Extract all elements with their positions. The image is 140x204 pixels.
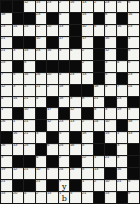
grid-cell-r4c10[interactable]: 16 — [105, 37, 116, 48]
cell-code-number: 8 — [128, 48, 130, 52]
cell-code-number: 23 — [36, 12, 40, 16]
black-cell — [128, 168, 139, 179]
grid-cell-r6c1[interactable]: 25 — [1, 61, 12, 72]
cell-code-number: 6 — [36, 155, 38, 159]
grid-cell-r17c2[interactable]: 20 — [13, 192, 24, 203]
black-cell — [13, 1, 24, 12]
black-cell — [13, 180, 24, 191]
cell-code-number: 23 — [36, 48, 40, 52]
cell-code-number: 1 — [82, 179, 84, 183]
black-cell — [13, 13, 24, 24]
cell-code-number: 23 — [47, 0, 51, 4]
grid-cell-r5c8[interactable]: 2 — [82, 49, 93, 60]
cell-code-number: 15 — [47, 191, 51, 195]
codeword-puzzle: 1215232161322316618236158162314252220131… — [0, 0, 140, 204]
black-cell — [70, 13, 81, 24]
grid-cell-r7c10[interactable]: 5 — [105, 73, 116, 84]
grid-cell-r13c2[interactable]: 13 — [13, 144, 24, 155]
grid-cell-r9c4[interactable]: 4 — [36, 97, 47, 108]
cell-code-number: 14 — [13, 96, 17, 100]
black-cell — [70, 25, 81, 36]
cell-code-number: 16 — [105, 36, 109, 40]
grid-cell-r2c10[interactable]: 8 — [105, 13, 116, 24]
cell-code-number: 20 — [47, 72, 51, 76]
cell-code-number: 6 — [47, 143, 49, 147]
cell-code-number: 5 — [24, 60, 26, 64]
cell-code-number: 2 — [82, 60, 84, 64]
cell-code-number: 21 — [1, 36, 5, 40]
cell-code-number: 8 — [82, 96, 84, 100]
cell-code-number: 7 — [1, 72, 3, 76]
given-letter: b — [59, 194, 70, 203]
grid-cell-r2c4[interactable]: 23 — [36, 13, 47, 24]
grid-cell-r16c6[interactable]: 7y — [59, 180, 70, 191]
cell-code-number: 5 — [128, 179, 130, 183]
cell-code-number: 21 — [117, 179, 121, 183]
grid-cell-r7c3[interactable]: 16 — [24, 73, 35, 84]
cell-code-number: 12 — [13, 167, 17, 171]
grid-cell-r3c1[interactable]: 23 — [1, 25, 12, 36]
cell-code-number: 19 — [1, 167, 5, 171]
black-cell — [128, 156, 139, 167]
grid-cell-r7c5[interactable]: 20 — [47, 73, 58, 84]
cell-code-number: 6 — [70, 48, 72, 52]
grid-cell-r1c10[interactable]: 23 — [105, 1, 116, 12]
cell-code-number: 18 — [59, 84, 63, 88]
grid-cell-r1c8[interactable]: 13 — [82, 1, 93, 12]
cell-code-number: 15 — [24, 48, 28, 52]
cell-code-number: 21 — [36, 84, 40, 88]
grid-cell-r5c10[interactable]: 12 — [105, 49, 116, 60]
cell-code-number: 2 — [94, 0, 96, 4]
cell-code-number: 16 — [70, 0, 74, 4]
grid-cell-r3c3[interactable]: 25 — [24, 25, 35, 36]
cell-code-number: 5 — [13, 72, 15, 76]
cell-code-number: 5 — [82, 143, 84, 147]
grid-cell-r8c1[interactable]: 12 — [1, 85, 12, 96]
cell-code-number: 2 — [47, 84, 49, 88]
cell-code-number: 13 — [128, 131, 132, 135]
cell-code-number: 10 — [82, 24, 86, 28]
grid-cell-r17c1[interactable]: 15 — [1, 192, 12, 203]
grid-cell-r1c4[interactable]: 15 — [36, 1, 47, 12]
black-cell — [47, 37, 58, 48]
cell-code-number: 2 — [36, 191, 38, 195]
grid-cell-r17c5[interactable]: 15 — [47, 192, 58, 203]
cell-code-number: 20 — [47, 24, 51, 28]
cell-code-number: 19 — [117, 107, 121, 111]
cell-code-number: 10 — [105, 119, 109, 123]
cell-code-number: 26 — [1, 119, 5, 123]
grid-cell-r8c2[interactable]: 3 — [13, 85, 24, 96]
grid-cell-r16c12[interactable]: 5 — [128, 180, 139, 191]
grid-cell-r3c9[interactable]: 6 — [94, 25, 105, 36]
grid-cell-r12c4[interactable]: 3 — [36, 132, 47, 143]
grid-cell-r16c11[interactable]: 21 — [117, 180, 128, 191]
cell-code-number: 26 — [70, 167, 74, 171]
grid-cell-r16c10[interactable]: 10 — [105, 180, 116, 191]
grid-cell-r16c9[interactable]: 2 — [94, 180, 105, 191]
grid-cell-r15c1[interactable]: 19 — [1, 168, 12, 179]
cell-code-number: 3 — [36, 131, 38, 135]
cell-code-number: 4 — [94, 107, 96, 111]
grid-cell-r1c6[interactable]: 2 — [59, 1, 70, 12]
cell-code-number: 13 — [70, 119, 74, 123]
cell-code-number: 13 — [82, 72, 86, 76]
black-cell — [94, 73, 105, 84]
cell-code-number: 21 — [36, 179, 40, 183]
black-cell — [24, 37, 35, 48]
cell-code-number: 16 — [13, 131, 17, 135]
grid-cell-r5c3[interactable]: 15 — [24, 49, 35, 60]
black-cell — [36, 108, 47, 119]
cell-code-number: 5 — [105, 84, 107, 88]
cell-code-number: 18 — [1, 12, 5, 16]
cell-code-number: 23 — [117, 96, 121, 100]
cell-code-number: 1 — [1, 107, 3, 111]
grid-cell-r14c10[interactable]: 21 — [105, 156, 116, 167]
cell-code-number: 8 — [105, 12, 107, 16]
grid-cell-r3c11[interactable]: 16 — [117, 25, 128, 36]
cell-code-number: 12 — [105, 48, 109, 52]
grid-cell-r6c12[interactable]: 6 — [128, 61, 139, 72]
grid-cell-r17c10[interactable]: 15 — [105, 192, 116, 203]
black-cell — [117, 37, 128, 48]
cell-code-number: 21 — [82, 191, 86, 195]
grid-cell-r15c3[interactable]: 21 — [24, 168, 35, 179]
grid-cell-r11c1[interactable]: 26 — [1, 120, 12, 131]
grid-cell-r17c8[interactable]: 21 — [82, 192, 93, 203]
cell-code-number: 25 — [59, 143, 63, 147]
grid-cell-r4c12[interactable]: 3 — [128, 37, 139, 48]
cell-code-number: 15 — [1, 191, 5, 195]
grid-cell-r3c12[interactable]: 23 — [128, 25, 139, 36]
black-cell — [94, 132, 105, 143]
grid-cell-r3c10[interactable]: 3 — [105, 25, 116, 36]
cell-code-number: 2 — [59, 155, 61, 159]
grid-cell-r16c4[interactable]: 21 — [36, 180, 47, 191]
cell-code-number: 15 — [36, 0, 40, 4]
black-cell — [59, 61, 70, 72]
cell-code-number: 3 — [105, 107, 107, 111]
cell-code-number: 16 — [117, 24, 121, 28]
cell-code-number: 10 — [105, 179, 109, 183]
cell-code-number: 6 — [128, 60, 130, 64]
cell-code-number: 17 — [59, 36, 63, 40]
cell-code-number: 16 — [117, 0, 121, 4]
black-cell — [128, 144, 139, 155]
cell-code-number: 23 — [128, 72, 132, 76]
grid-cell-r10c11[interactable]: 19 — [117, 108, 128, 119]
grid-cell-r3c2[interactable]: 14 — [13, 25, 24, 36]
black-cell — [117, 73, 128, 84]
cell-code-number: 18 — [59, 96, 63, 100]
grid-cell-r15c2[interactable]: 12 — [13, 168, 24, 179]
black-cell — [94, 49, 105, 60]
black-cell — [24, 180, 35, 191]
grid-cell-r3c5[interactable]: 20 — [47, 25, 58, 36]
grid-cell-r11c7[interactable]: 13 — [70, 120, 81, 131]
cell-code-number: 16 — [117, 167, 121, 171]
cell-code-number: 12 — [70, 107, 74, 111]
grid-cell-r15c11[interactable]: 16 — [117, 168, 128, 179]
grid-cell-r9c6[interactable]: 18 — [59, 97, 70, 108]
grid-cell-r1c11[interactable]: 16 — [117, 1, 128, 12]
codeword-grid: 1215232161322316618236158162314252220131… — [0, 0, 140, 204]
grid-cell-r7c7[interactable]: 23 — [70, 73, 81, 84]
cell-code-number: 1 — [94, 155, 96, 159]
grid-cell-r2c8[interactable]: 15 — [82, 13, 93, 24]
cell-code-number: 21 — [24, 96, 28, 100]
cell-code-number: 1 — [13, 119, 15, 123]
grid-cell-r5c4[interactable]: 23 — [36, 49, 47, 60]
cell-code-number: 24 — [128, 84, 132, 88]
cell-code-number: 17 — [82, 36, 86, 40]
cell-code-number: 3 — [13, 84, 15, 88]
cell-code-number: 12 — [47, 119, 51, 123]
cell-code-number: 18 — [94, 84, 98, 88]
cell-code-number: 3 — [105, 24, 107, 28]
cell-code-number: 3 — [128, 36, 130, 40]
cell-code-number: 20 — [13, 191, 17, 195]
cell-code-number: 16 — [24, 72, 28, 76]
cell-code-number: 3 — [70, 96, 72, 100]
grid-cell-r15c9[interactable]: 13 — [94, 168, 105, 179]
cell-code-number: 21 — [94, 96, 98, 100]
grid-cell-r5c7[interactable]: 6 — [70, 49, 81, 60]
black-cell — [94, 61, 105, 72]
grid-cell-r4c4[interactable]: 10 — [36, 37, 47, 48]
black-cell — [117, 49, 128, 60]
cell-code-number: 4 — [117, 60, 119, 64]
black-cell — [117, 192, 128, 203]
grid-cell-r1c9[interactable]: 2 — [94, 1, 105, 12]
grid-cell-r1c7[interactable]: 16 — [70, 1, 81, 12]
grid-cell-r3c4[interactable]: 22 — [36, 25, 47, 36]
black-cell — [47, 180, 58, 191]
cell-code-number: 3 — [105, 60, 107, 64]
cell-code-number: 2 — [59, 0, 61, 4]
cell-code-number: 23 — [1, 24, 5, 28]
cell-code-number: 3 — [59, 48, 61, 52]
cell-code-number: 26 — [36, 72, 40, 76]
cell-code-number: 8 — [128, 191, 130, 195]
cell-code-number: 4 — [59, 72, 61, 76]
grid-cell-r6c11[interactable]: 4 — [117, 61, 128, 72]
cell-code-number: 22 — [82, 155, 86, 159]
grid-cell-r6c10[interactable]: 3 — [105, 61, 116, 72]
cell-code-number: 12 — [24, 0, 28, 4]
cell-code-number: 2 — [94, 179, 96, 183]
grid-cell-r11c5[interactable]: 12 — [47, 120, 58, 131]
cell-code-number: 25 — [24, 24, 28, 28]
cell-code-number: 17 — [47, 107, 51, 111]
cell-code-number: 6 — [94, 24, 96, 28]
cell-code-number: 3 — [1, 155, 3, 159]
cell-code-number: 6 — [47, 167, 49, 171]
cell-code-number: 13 — [94, 167, 98, 171]
grid-cell-r5c12[interactable]: 8 — [128, 49, 139, 60]
grid-cell-r8c9[interactable]: 18 — [94, 85, 105, 96]
grid-cell-r5c2[interactable]: 3 — [13, 49, 24, 60]
grid-cell-r8c5[interactable]: 2 — [47, 85, 58, 96]
cell-code-number: 16 — [128, 12, 132, 16]
grid-cell-r4c6[interactable]: 17 — [59, 37, 70, 48]
cell-code-number: 5 — [105, 72, 107, 76]
black-cell — [47, 13, 58, 24]
grid-cell-r9c2[interactable]: 14 — [13, 97, 24, 108]
grid-cell-r15c4[interactable]: 10 — [36, 168, 47, 179]
grid-cell-r5c5[interactable]: 16 — [47, 49, 58, 60]
black-cell — [1, 1, 12, 12]
cell-code-number: 4 — [1, 96, 3, 100]
grid-cell-r11c9[interactable]: 24 — [94, 120, 105, 131]
cell-code-number: 4 — [24, 191, 26, 195]
black-cell — [36, 61, 47, 72]
black-cell — [94, 13, 105, 24]
cell-code-number: 13 — [59, 24, 63, 28]
grid-cell-r9c8[interactable]: 8 — [82, 97, 93, 108]
cell-code-number: 16 — [70, 143, 74, 147]
cell-code-number: 5 — [82, 167, 84, 171]
black-cell — [47, 61, 58, 72]
grid-cell-r1c12[interactable]: 6 — [128, 1, 139, 12]
black-cell — [70, 85, 81, 96]
grid-cell-r17c6[interactable]: 1b — [59, 192, 70, 203]
grid-cell-r13c3[interactable]: 25 — [24, 144, 35, 155]
cell-code-number: 21 — [1, 48, 5, 52]
black-cell — [70, 180, 81, 191]
grid-cell-r13c7[interactable]: 16 — [70, 144, 81, 155]
cell-code-number: 5 — [59, 131, 61, 135]
cell-code-number: 25 — [24, 143, 28, 147]
cell-code-number: 21 — [24, 131, 28, 135]
grid-cell-r8c6[interactable]: 18 — [59, 85, 70, 96]
cell-code-number: 5 — [24, 84, 26, 88]
cell-code-number: 6 — [59, 12, 61, 16]
cell-code-number: 10 — [36, 36, 40, 40]
cell-code-number: 23 — [70, 72, 74, 76]
cell-code-number: 10 — [36, 167, 40, 171]
grid-cell-r17c4[interactable]: 2 — [36, 192, 47, 203]
grid-cell-r6c8[interactable]: 2 — [82, 61, 93, 72]
black-cell — [94, 192, 105, 203]
grid-cell-r4c8[interactable]: 17 — [82, 37, 93, 48]
black-cell — [117, 13, 128, 24]
grid-cell-r16c8[interactable]: 1 — [82, 180, 93, 191]
cell-code-number: 21 — [24, 119, 28, 123]
cell-code-number: 15 — [105, 131, 109, 135]
grid-cell-r15c6[interactable]: 24 — [59, 168, 70, 179]
cell-code-number: 15 — [105, 191, 109, 195]
black-cell — [24, 13, 35, 24]
cell-code-number: 3 — [117, 143, 119, 147]
cell-code-number: 3 — [13, 48, 15, 52]
grid-cell-r8c11[interactable]: 7 — [117, 85, 128, 96]
black-cell — [105, 168, 116, 179]
cell-code-number: 21 — [24, 167, 28, 171]
grid-cell-r7c12[interactable]: 23 — [128, 73, 139, 84]
black-cell — [94, 37, 105, 48]
grid-cell-r12c10[interactable]: 15 — [105, 132, 116, 143]
cell-code-number: 2 — [82, 119, 84, 123]
cell-code-number: 4 — [36, 96, 38, 100]
black-cell — [13, 37, 24, 48]
cell-code-number: 15 — [82, 12, 86, 16]
cell-code-number: 7 — [117, 84, 119, 88]
cell-code-number: 24 — [94, 119, 98, 123]
cell-code-number: 1 — [117, 131, 119, 135]
cell-code-number: 25 — [1, 60, 5, 64]
black-cell — [70, 37, 81, 48]
grid-cell-r7c4[interactable]: 26 — [36, 73, 47, 84]
grid-cell-r6c3[interactable]: 5 — [24, 61, 35, 72]
grid-cell-r16c1[interactable]: 21 — [1, 180, 12, 191]
cell-code-number: 23 — [59, 119, 63, 123]
black-cell — [70, 61, 81, 72]
grid-cell-r8c10[interactable]: 5 — [105, 85, 116, 96]
grid-cell-r4c1[interactable]: 21 — [1, 37, 12, 48]
grid-cell-r2c6[interactable]: 6 — [59, 13, 70, 24]
grid-cell-r1c3[interactable]: 12 — [24, 1, 35, 12]
cell-code-number: 10 — [24, 107, 28, 111]
grid-cell-r5c1[interactable]: 21 — [1, 49, 12, 60]
cell-code-number: 13 — [13, 143, 17, 147]
cell-code-number: 3 — [128, 107, 130, 111]
grid-cell-r5c6[interactable]: 3 — [59, 49, 70, 60]
grid-cell-r8c4[interactable]: 21 — [36, 85, 47, 96]
grid-cell-r15c7[interactable]: 26 — [70, 168, 81, 179]
cell-code-number: 21 — [1, 179, 5, 183]
grid-cell-r13c5[interactable]: 6 — [47, 144, 58, 155]
grid-cell-r1c5[interactable]: 23 — [47, 1, 58, 12]
grid-cell-r17c7[interactable]: 5 — [70, 192, 81, 203]
grid-cell-r8c12[interactable]: 24 — [128, 85, 139, 96]
cell-code-number: 6 — [128, 0, 130, 4]
grid-cell-r17c3[interactable]: 4 — [24, 192, 35, 203]
grid-cell-r3c8[interactable]: 10 — [82, 25, 93, 36]
cell-code-number: 2 — [82, 48, 84, 52]
cell-code-number: 12 — [1, 84, 5, 88]
grid-cell-r3c6[interactable]: 13 — [59, 25, 70, 36]
grid-cell-r7c8[interactable]: 13 — [82, 73, 93, 84]
cell-code-number: 5 — [70, 191, 72, 195]
grid-cell-r15c8[interactable]: 5 — [82, 168, 93, 179]
cell-code-number: 26 — [1, 143, 5, 147]
cell-code-number: 3 — [117, 155, 119, 159]
cell-code-number: 24 — [59, 167, 63, 171]
grid-cell-r15c5[interactable]: 6 — [47, 168, 58, 179]
black-cell — [13, 61, 24, 72]
cell-code-number: 22 — [36, 24, 40, 28]
grid-cell-r17c12[interactable]: 8 — [128, 192, 139, 203]
grid-cell-r2c1[interactable]: 18 — [1, 13, 12, 24]
grid-cell-r7c2[interactable]: 5 — [13, 73, 24, 84]
cell-code-number: 23 — [105, 0, 109, 4]
grid-cell-r8c3[interactable]: 5 — [24, 85, 35, 96]
cell-code-number: 18 — [128, 119, 132, 123]
cell-code-number: 18 — [82, 131, 86, 135]
grid-cell-r7c6[interactable]: 4 — [59, 73, 70, 84]
cell-code-number: 16 — [47, 48, 51, 52]
grid-cell-r2c12[interactable]: 16 — [128, 13, 139, 24]
grid-cell-r12c12[interactable]: 13 — [128, 132, 139, 143]
black-cell — [82, 85, 93, 96]
grid-cell-r7c1[interactable]: 7 — [1, 73, 12, 84]
cell-code-number: 14 — [13, 24, 17, 28]
cell-code-number: 13 — [82, 0, 86, 4]
cell-code-number: 21 — [105, 155, 109, 159]
